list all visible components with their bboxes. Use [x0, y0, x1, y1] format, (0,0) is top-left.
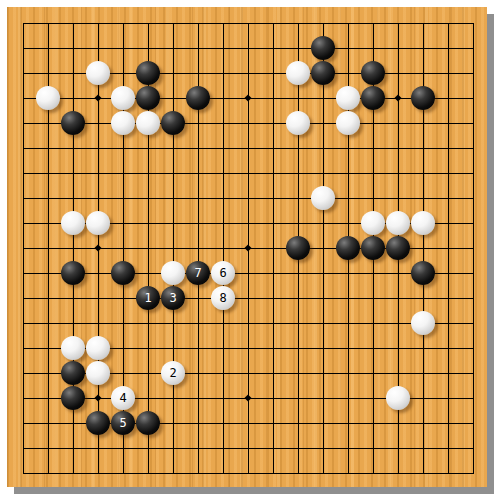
black-stone — [111, 261, 135, 285]
black-stone — [411, 86, 435, 110]
white-stone-move-4: 4 — [111, 386, 135, 410]
black-stone-move-3: 3 — [161, 286, 185, 310]
grid-line-horizontal — [23, 323, 474, 324]
white-stone — [411, 311, 435, 335]
star-point — [244, 244, 251, 251]
white-stone — [136, 111, 160, 135]
star-point — [394, 94, 401, 101]
grid-line-vertical — [448, 23, 449, 474]
white-stone — [336, 111, 360, 135]
white-stone — [61, 211, 85, 235]
white-stone — [361, 211, 385, 235]
star-point — [94, 394, 101, 401]
grid-line-vertical — [273, 23, 274, 474]
white-stone — [286, 61, 310, 85]
black-stone — [86, 411, 110, 435]
black-stone — [136, 411, 160, 435]
white-stone-move-6: 6 — [211, 261, 235, 285]
move-number-label: 5 — [119, 417, 126, 429]
grid-line-horizontal — [23, 473, 474, 474]
white-stone — [86, 211, 110, 235]
white-stone — [86, 61, 110, 85]
white-stone — [111, 86, 135, 110]
black-stone-move-1: 1 — [136, 286, 160, 310]
white-stone — [411, 211, 435, 235]
grid-line-vertical — [473, 23, 474, 474]
white-stone — [311, 186, 335, 210]
move-number-label: 7 — [194, 267, 201, 279]
star-point — [94, 94, 101, 101]
move-number-label: 4 — [119, 392, 126, 404]
move-number-label: 6 — [219, 267, 226, 279]
white-stone-move-2: 2 — [161, 361, 185, 385]
black-stone — [361, 236, 385, 260]
white-stone-move-8: 8 — [211, 286, 235, 310]
black-stone — [311, 36, 335, 60]
white-stone — [286, 111, 310, 135]
black-stone — [136, 86, 160, 110]
white-stone — [386, 211, 410, 235]
white-stone — [61, 336, 85, 360]
black-stone — [61, 261, 85, 285]
black-stone — [161, 111, 185, 135]
grid-line-vertical — [323, 23, 324, 474]
black-stone — [411, 261, 435, 285]
black-stone-move-7: 7 — [186, 261, 210, 285]
move-number-label: 3 — [169, 292, 176, 304]
black-stone — [61, 386, 85, 410]
black-stone — [361, 86, 385, 110]
white-stone — [336, 86, 360, 110]
black-stone — [386, 236, 410, 260]
black-stone — [61, 361, 85, 385]
black-stone — [336, 236, 360, 260]
star-point — [244, 94, 251, 101]
black-stone — [186, 86, 210, 110]
move-number-label: 1 — [144, 292, 151, 304]
grid-line-horizontal — [23, 298, 474, 299]
star-point — [244, 394, 251, 401]
black-stone — [361, 61, 385, 85]
black-stone — [61, 111, 85, 135]
black-stone — [136, 61, 160, 85]
white-stone — [386, 386, 410, 410]
move-number-label: 8 — [219, 292, 226, 304]
black-stone — [286, 236, 310, 260]
grid-line-horizontal — [23, 273, 474, 274]
move-number-label: 2 — [169, 367, 176, 379]
white-stone — [86, 361, 110, 385]
white-stone — [161, 261, 185, 285]
star-point — [94, 244, 101, 251]
go-board[interactable]: 76138245 — [7, 7, 487, 487]
white-stone — [86, 336, 110, 360]
white-stone — [111, 111, 135, 135]
white-stone — [36, 86, 60, 110]
black-stone — [311, 61, 335, 85]
grid-line-horizontal — [23, 448, 474, 449]
black-stone-move-5: 5 — [111, 411, 135, 435]
